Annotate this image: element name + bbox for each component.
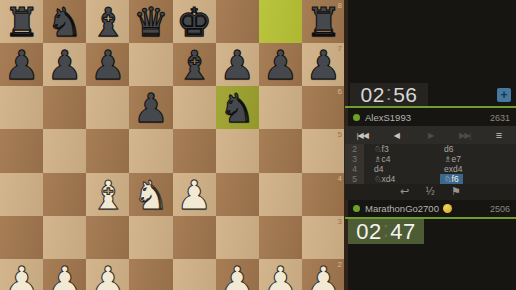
rank-coordinate: 3 bbox=[338, 217, 342, 226]
square-h6[interactable]: 6 bbox=[302, 86, 345, 129]
rank-coordinate: 6 bbox=[338, 87, 342, 96]
square-f5[interactable] bbox=[216, 129, 259, 172]
black-pawn-piece: ♟ bbox=[259, 43, 302, 86]
white-pawn-piece: ♟ bbox=[173, 173, 216, 216]
square-e7[interactable]: ♝ bbox=[173, 43, 216, 86]
bottom-player-clock-active: 02:47 bbox=[348, 219, 424, 244]
square-c4[interactable]: ♝ bbox=[86, 173, 129, 216]
square-b8[interactable]: ♞ bbox=[43, 0, 86, 43]
black-knight-piece: ♞ bbox=[43, 0, 86, 43]
rank-coordinate: 5 bbox=[338, 130, 342, 139]
black-bishop-piece: ♝ bbox=[86, 0, 129, 43]
top-clock-minutes: 02 bbox=[360, 83, 384, 107]
move-number: 3 bbox=[345, 154, 364, 164]
square-h2[interactable]: ♟2 bbox=[302, 259, 345, 290]
black-move[interactable]: ♘f6 bbox=[437, 174, 516, 184]
online-dot-icon bbox=[353, 205, 360, 212]
white-pawn-piece: ♟ bbox=[43, 259, 86, 290]
square-d4[interactable]: ♞ bbox=[129, 173, 172, 216]
move-row: 5♘xd4♘f6 bbox=[345, 174, 516, 184]
square-a7[interactable]: ♟ bbox=[0, 43, 43, 86]
give-more-time-button[interactable]: + bbox=[497, 88, 511, 102]
black-move[interactable]: ♗e7 bbox=[437, 154, 516, 164]
square-g3[interactable] bbox=[259, 216, 302, 259]
bottom-clock-colon: : bbox=[382, 217, 391, 243]
top-player-bar bbox=[345, 106, 516, 108]
square-f6[interactable]: ♞ bbox=[216, 86, 259, 129]
square-a8[interactable]: ♜ bbox=[0, 0, 43, 43]
square-g2[interactable]: ♟ bbox=[259, 259, 302, 290]
move-nav-bar: |◀◀◀▶▶▶|≡ bbox=[345, 126, 516, 144]
move-text[interactable]: ♘f3 bbox=[370, 144, 393, 154]
square-g8[interactable] bbox=[259, 0, 302, 43]
black-pawn-piece: ♟ bbox=[216, 43, 259, 86]
bottom-player-row: MarathonGo2700 2506 bbox=[345, 200, 516, 217]
takeback-icon[interactable]: ↩ bbox=[400, 184, 409, 200]
white-move[interactable]: d4 bbox=[364, 164, 437, 174]
square-d2[interactable] bbox=[129, 259, 172, 290]
move-text[interactable]: exd4 bbox=[440, 164, 466, 174]
move-number: 2 bbox=[345, 144, 364, 154]
nav-last-icon[interactable]: ▶▶| bbox=[448, 126, 482, 144]
top-player-rating: 2631 bbox=[490, 113, 510, 123]
square-b5[interactable] bbox=[43, 129, 86, 172]
square-d5[interactable] bbox=[129, 129, 172, 172]
square-f4[interactable] bbox=[216, 173, 259, 216]
move-text[interactable]: d6 bbox=[440, 144, 457, 154]
game-action-bar: ↩ ½ ⚑ bbox=[345, 184, 516, 200]
flair-emoji-icon bbox=[443, 204, 452, 213]
nav-first-icon[interactable]: |◀◀ bbox=[345, 126, 379, 144]
bottom-player-rating: 2506 bbox=[490, 204, 510, 214]
square-e2[interactable] bbox=[173, 259, 216, 290]
square-b6[interactable] bbox=[43, 86, 86, 129]
square-g7[interactable]: ♟ bbox=[259, 43, 302, 86]
square-b7[interactable]: ♟ bbox=[43, 43, 86, 86]
rank-coordinate: 2 bbox=[338, 260, 342, 269]
square-c2[interactable]: ♟ bbox=[86, 259, 129, 290]
nav-next-icon[interactable]: ▶ bbox=[413, 126, 447, 144]
square-f7[interactable]: ♟ bbox=[216, 43, 259, 86]
black-pawn-piece: ♟ bbox=[86, 43, 129, 86]
rank-coordinate: 8 bbox=[338, 1, 342, 10]
black-pawn-piece: ♟ bbox=[0, 43, 43, 86]
move-row: 3♗c4♗e7 bbox=[345, 154, 516, 164]
rank-coordinate: 7 bbox=[338, 44, 342, 53]
square-e3[interactable] bbox=[173, 216, 216, 259]
square-c6[interactable] bbox=[86, 86, 129, 129]
white-knight-piece: ♞ bbox=[129, 173, 172, 216]
move-row: 2♘f3d6 bbox=[345, 144, 516, 154]
square-b3[interactable] bbox=[43, 216, 86, 259]
square-g4[interactable] bbox=[259, 173, 302, 216]
square-c5[interactable] bbox=[86, 129, 129, 172]
black-king-piece: ♚ bbox=[173, 0, 216, 43]
offer-draw-icon[interactable]: ½ bbox=[425, 184, 435, 200]
online-dot-icon bbox=[353, 114, 360, 121]
square-e8[interactable]: ♚ bbox=[173, 0, 216, 43]
top-player-row: AlexS1993 2631 bbox=[345, 109, 516, 126]
game-sidebar: 02:56 + AlexS1993 2631 |◀◀◀▶▶▶|≡ 2♘f3d63… bbox=[348, 0, 516, 290]
square-f3[interactable] bbox=[216, 216, 259, 259]
move-text[interactable]: ♗e7 bbox=[440, 154, 465, 164]
square-g6[interactable] bbox=[259, 86, 302, 129]
top-clock-seconds: 56 bbox=[393, 83, 417, 107]
white-pawn-piece: ♟ bbox=[86, 259, 129, 290]
square-a3[interactable] bbox=[0, 216, 43, 259]
square-d3[interactable] bbox=[129, 216, 172, 259]
bottom-clock-seconds: 47 bbox=[390, 219, 415, 245]
white-pawn-piece: ♟ bbox=[259, 259, 302, 290]
move-number: 4 bbox=[345, 164, 364, 174]
white-move[interactable]: ♘xd4 bbox=[364, 174, 437, 184]
square-e5[interactable] bbox=[173, 129, 216, 172]
square-a6[interactable] bbox=[0, 86, 43, 129]
top-player-name[interactable]: AlexS1993 bbox=[365, 112, 411, 123]
square-a4[interactable] bbox=[0, 173, 43, 216]
square-h8[interactable]: ♜8 bbox=[302, 0, 345, 43]
current-move[interactable]: ♘f6 bbox=[440, 174, 463, 184]
game-screen: ♜♞♝♛♚♜8♟♟♟♝♟♟♟7♟♞65♝♞♟43♟♟♟♟♟♟2♜♞♝♛♚♜1 0… bbox=[0, 0, 516, 290]
square-e4[interactable]: ♟ bbox=[173, 173, 216, 216]
move-text[interactable]: ♗c4 bbox=[370, 154, 395, 164]
black-move[interactable]: d6 bbox=[437, 144, 516, 154]
square-f2[interactable]: ♟ bbox=[216, 259, 259, 290]
white-move[interactable]: ♗c4 bbox=[364, 154, 437, 164]
black-queen-piece: ♛ bbox=[129, 0, 172, 43]
square-h5[interactable]: 5 bbox=[302, 129, 345, 172]
square-c8[interactable]: ♝ bbox=[86, 0, 129, 43]
square-a2[interactable]: ♟ bbox=[0, 259, 43, 290]
move-text[interactable]: d4 bbox=[370, 164, 387, 174]
square-g5[interactable] bbox=[259, 129, 302, 172]
black-bishop-piece: ♝ bbox=[173, 43, 216, 86]
top-clock-colon: : bbox=[385, 81, 393, 105]
move-row: 4d4exd4 bbox=[345, 164, 516, 174]
top-player-clock: 02:56 bbox=[350, 83, 428, 107]
white-pawn-piece: ♟ bbox=[0, 259, 43, 290]
rank-coordinate: 4 bbox=[338, 174, 342, 183]
square-h7[interactable]: ♟7 bbox=[302, 43, 345, 86]
black-move[interactable]: exd4 bbox=[437, 164, 516, 174]
white-pawn-piece: ♟ bbox=[216, 259, 259, 290]
square-c7[interactable]: ♟ bbox=[86, 43, 129, 86]
black-knight-piece: ♞ bbox=[216, 86, 259, 129]
bottom-clock-minutes: 02 bbox=[356, 219, 381, 245]
chess-board[interactable]: ♜♞♝♛♚♜8♟♟♟♝♟♟♟7♟♞65♝♞♟43♟♟♟♟♟♟2♜♞♝♛♚♜1 bbox=[0, 0, 345, 290]
square-b4[interactable] bbox=[43, 173, 86, 216]
square-h3[interactable]: 3 bbox=[302, 216, 345, 259]
black-rook-piece: ♜ bbox=[0, 0, 43, 43]
square-d8[interactable]: ♛ bbox=[129, 0, 172, 43]
square-h4[interactable]: 4 bbox=[302, 173, 345, 216]
bottom-player-name[interactable]: MarathonGo2700 bbox=[365, 203, 439, 214]
square-e6[interactable] bbox=[173, 86, 216, 129]
black-pawn-piece: ♟ bbox=[129, 86, 172, 129]
square-f8[interactable] bbox=[216, 0, 259, 43]
square-a5[interactable] bbox=[0, 129, 43, 172]
square-c3[interactable] bbox=[86, 216, 129, 259]
move-list: 2♘f3d63♗c4♗e74d4exd45♘xd4♘f6 bbox=[345, 144, 516, 184]
nav-menu-icon[interactable]: ≡ bbox=[482, 126, 516, 144]
square-b2[interactable]: ♟ bbox=[43, 259, 86, 290]
move-text[interactable]: ♘xd4 bbox=[370, 174, 399, 184]
square-d6[interactable]: ♟ bbox=[129, 86, 172, 129]
nav-prev-icon[interactable]: ◀ bbox=[379, 126, 413, 144]
black-pawn-piece: ♟ bbox=[43, 43, 86, 86]
square-d7[interactable] bbox=[129, 43, 172, 86]
white-move[interactable]: ♘f3 bbox=[364, 144, 437, 154]
white-bishop-piece: ♝ bbox=[86, 173, 129, 216]
resign-flag-icon[interactable]: ⚑ bbox=[451, 184, 461, 200]
move-number: 5 bbox=[345, 174, 364, 184]
